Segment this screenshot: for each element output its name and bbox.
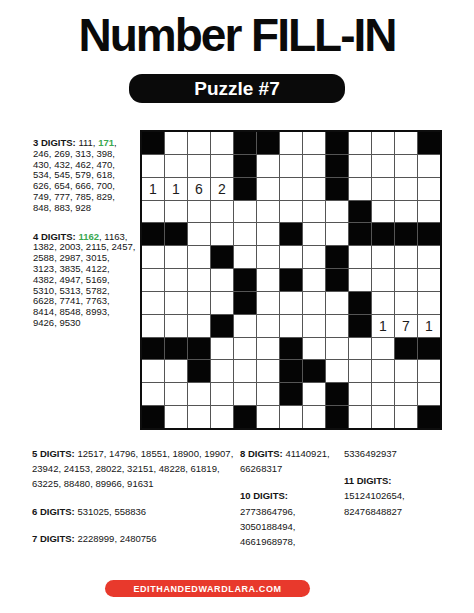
list-number: 63225 <box>32 478 58 489</box>
list-number: 89966 <box>95 478 121 489</box>
black-cell <box>211 315 233 337</box>
grid-cell[interactable] <box>303 338 325 360</box>
grid-cell[interactable] <box>280 292 302 314</box>
list-heading: 11 DIGITS: <box>344 475 392 486</box>
grid-cell[interactable] <box>165 315 187 337</box>
grid-cell[interactable] <box>303 223 325 245</box>
grid-cell[interactable] <box>326 292 348 314</box>
list-7-digits: 7 DIGITS: 2228999, 2480756 <box>32 531 240 546</box>
grid-cell[interactable] <box>257 292 279 314</box>
black-cell <box>234 178 256 200</box>
grid-cell[interactable] <box>188 246 210 268</box>
black-cell <box>234 132 256 154</box>
black-cell <box>395 338 417 360</box>
list-number: 91631 <box>127 478 153 489</box>
list-number: 4382 <box>33 274 54 285</box>
list-number: 14796 <box>109 448 135 459</box>
list-number: 4947 <box>59 274 80 285</box>
black-cell <box>188 338 210 360</box>
list-number: 269 <box>54 148 70 159</box>
grid-cell[interactable] <box>257 360 279 382</box>
grid-cell[interactable] <box>280 178 302 200</box>
black-cell <box>280 269 302 291</box>
grid-cell[interactable] <box>142 201 164 223</box>
grid-cell[interactable] <box>280 406 302 428</box>
black-cell <box>211 246 233 268</box>
grid-cell[interactable] <box>234 383 256 405</box>
list-heading: 6 DIGITS: <box>32 506 75 517</box>
list-number: 9530 <box>59 317 80 328</box>
grid-cell[interactable] <box>188 269 210 291</box>
grid-cell[interactable] <box>349 406 371 428</box>
grid-cell[interactable] <box>372 338 394 360</box>
grid-cell[interactable] <box>372 201 394 223</box>
list-number: 2003 <box>59 241 80 252</box>
black-cell <box>349 223 371 245</box>
grid-cell[interactable] <box>303 201 325 223</box>
grid-cell[interactable] <box>395 383 417 405</box>
list-6-digits: 6 DIGITS: 531025, 558836 <box>32 504 240 519</box>
list-number: 28022 <box>95 463 121 474</box>
list-number: 654 <box>54 180 70 191</box>
grid-cell[interactable] <box>303 155 325 177</box>
black-cell <box>418 338 440 360</box>
grid-cell[interactable] <box>280 246 302 268</box>
list-number: 558836 <box>114 506 146 517</box>
grid-cell[interactable] <box>326 360 348 382</box>
list-number: 9426 <box>33 317 54 328</box>
grid-cell[interactable] <box>418 246 440 268</box>
grid-cell[interactable] <box>418 201 440 223</box>
digit-lists-left: 3 DIGITS: 111, 171, 246, 269, 313, 398, … <box>33 138 136 340</box>
list-number: 534 <box>33 169 49 180</box>
grid-cell[interactable] <box>372 178 394 200</box>
black-cell <box>234 406 256 428</box>
grid-cell[interactable] <box>257 178 279 200</box>
grid-cell[interactable] <box>418 292 440 314</box>
black-cell <box>257 132 279 154</box>
grid-cell[interactable]: 1 <box>165 178 187 200</box>
grid-cell[interactable] <box>372 406 394 428</box>
list-number: 3123 <box>33 263 54 274</box>
grid-cell[interactable] <box>165 201 187 223</box>
list-number: 749 <box>33 191 49 202</box>
grid-cell[interactable] <box>257 315 279 337</box>
black-cell <box>234 155 256 177</box>
grid-cell[interactable] <box>395 269 417 291</box>
grid-cell[interactable] <box>142 315 164 337</box>
black-cell <box>326 178 348 200</box>
grid-cell[interactable] <box>188 201 210 223</box>
list-number: 88480 <box>64 478 90 489</box>
grid-cell[interactable] <box>142 360 164 382</box>
grid-cell[interactable] <box>395 178 417 200</box>
grid-cell[interactable] <box>257 223 279 245</box>
page-title: Number FILL-IN <box>0 8 474 62</box>
list-number: 5782 <box>86 285 107 296</box>
grid-cell[interactable] <box>211 155 233 177</box>
grid-cell[interactable] <box>165 383 187 405</box>
grid-cell[interactable] <box>257 269 279 291</box>
grid-cell[interactable] <box>211 132 233 154</box>
black-cell <box>326 155 348 177</box>
list-number: 66268317 <box>240 463 282 474</box>
black-cell <box>372 223 394 245</box>
black-cell <box>326 132 348 154</box>
grid-cell[interactable] <box>234 201 256 223</box>
black-cell <box>418 223 440 245</box>
grid-cell[interactable]: 1 <box>418 315 440 337</box>
grid-cell[interactable] <box>142 292 164 314</box>
list-heading: 5 DIGITS: <box>32 448 75 459</box>
grid-cell[interactable] <box>188 315 210 337</box>
list-heading: 10 DIGITS: <box>240 490 288 501</box>
grid-cell[interactable] <box>211 269 233 291</box>
list-number: 2987 <box>59 252 80 263</box>
grid-cell[interactable] <box>418 269 440 291</box>
list-number: 883 <box>54 202 70 213</box>
list-number: 579 <box>75 169 91 180</box>
list-number: 5169 <box>86 274 107 285</box>
list-10-digits-continued: 5336492937 <box>344 446 459 461</box>
grid-cell[interactable] <box>303 178 325 200</box>
black-cell <box>165 223 187 245</box>
grid-cell[interactable] <box>188 132 210 154</box>
grid-cell[interactable] <box>142 155 164 177</box>
grid-cell[interactable] <box>303 132 325 154</box>
grid-cell[interactable] <box>395 406 417 428</box>
grid-cell[interactable]: 1 <box>142 178 164 200</box>
grid-cell[interactable] <box>349 338 371 360</box>
grid-cell[interactable]: 7 <box>395 315 417 337</box>
grid-cell[interactable] <box>372 383 394 405</box>
grid-cell[interactable] <box>188 406 210 428</box>
grid-cell[interactable] <box>234 360 256 382</box>
grid-cell[interactable] <box>211 223 233 245</box>
list-number: 470 <box>96 159 112 170</box>
list-8-digits: 8 DIGITS: 41140921, 66268317 <box>240 446 340 476</box>
black-cell <box>142 406 164 428</box>
grid-cell[interactable] <box>165 132 187 154</box>
list-number: 848 <box>33 202 49 213</box>
fill-in-grid: 1162171 <box>140 130 442 430</box>
list-number: 1162 <box>78 231 99 242</box>
list-number: 5336492937 <box>344 446 459 461</box>
black-cell <box>349 201 371 223</box>
grid-cell[interactable] <box>349 155 371 177</box>
puzzle-number-badge: Puzzle #7 <box>129 74 345 103</box>
list-number: 82476848827 <box>344 504 459 519</box>
list-number: 18551 <box>141 448 167 459</box>
black-cell <box>188 360 210 382</box>
black-cell <box>349 315 371 337</box>
list-number: 6628 <box>33 295 54 306</box>
grid-cell[interactable] <box>165 155 187 177</box>
list-number: 5310 <box>33 285 54 296</box>
grid-cell[interactable] <box>395 201 417 223</box>
black-cell <box>280 360 302 382</box>
grid-cell[interactable] <box>234 338 256 360</box>
grid-cell[interactable]: 6 <box>188 178 210 200</box>
grid-cell[interactable] <box>165 360 187 382</box>
grid-cell[interactable] <box>257 155 279 177</box>
black-cell <box>395 223 417 245</box>
list-heading: 7 DIGITS: <box>32 533 75 544</box>
black-cell <box>234 269 256 291</box>
list-number: 1163 <box>104 231 124 242</box>
grid-cell[interactable] <box>303 292 325 314</box>
grid-cell[interactable] <box>280 315 302 337</box>
list-number: 462 <box>75 159 91 170</box>
black-cell <box>326 383 348 405</box>
list-4-digits: 4 DIGITS: 1162, 1163, 1382, 2003, 2115, … <box>33 232 136 329</box>
grid-cell[interactable] <box>165 406 187 428</box>
list-number: 700 <box>96 180 112 191</box>
grid-cell[interactable] <box>211 292 233 314</box>
list-number: 8993 <box>86 306 107 317</box>
grid-cell[interactable] <box>188 155 210 177</box>
list-number: 111 <box>78 137 92 148</box>
list-number: 3835 <box>59 263 80 274</box>
black-cell <box>142 223 164 245</box>
grid-cell[interactable] <box>303 383 325 405</box>
black-cell <box>326 406 348 428</box>
grid-cell[interactable] <box>211 406 233 428</box>
list-number: 2773864796, <box>240 504 340 519</box>
grid-cell[interactable]: 2 <box>211 178 233 200</box>
grid-cell[interactable] <box>303 246 325 268</box>
list-number: 545 <box>54 169 70 180</box>
list-number: 618 <box>96 169 112 180</box>
list-number: 24153 <box>64 463 90 474</box>
list-number: 430 <box>33 159 49 170</box>
grid-cell[interactable] <box>165 246 187 268</box>
grid-cell[interactable] <box>349 383 371 405</box>
footer-url: EDITHANDEDWARDLARA.COM <box>133 584 281 594</box>
black-cell <box>234 292 256 314</box>
grid-cell[interactable] <box>395 132 417 154</box>
grid-cell[interactable] <box>165 292 187 314</box>
grid-cell[interactable] <box>349 360 371 382</box>
grid-cell[interactable] <box>234 223 256 245</box>
list-number: 48228 <box>159 463 185 474</box>
list-number: 626 <box>33 180 49 191</box>
grid-cell[interactable] <box>349 269 371 291</box>
grid-cell[interactable] <box>257 246 279 268</box>
grid-cell[interactable] <box>303 406 325 428</box>
list-number: 246 <box>33 148 49 159</box>
grid-cell[interactable] <box>349 132 371 154</box>
list-heading: 4 DIGITS: <box>33 231 76 242</box>
list-number: 4661968978, <box>240 534 340 549</box>
grid-cell[interactable] <box>395 246 417 268</box>
black-cell <box>142 338 164 360</box>
list-number: 18900 <box>173 448 199 459</box>
list-number: 2228999 <box>77 533 114 544</box>
grid-cell[interactable] <box>372 292 394 314</box>
grid-cell[interactable] <box>142 246 164 268</box>
black-cell <box>349 292 371 314</box>
grid-cell[interactable] <box>142 269 164 291</box>
grid-cell[interactable] <box>418 178 440 200</box>
list-number: 32151 <box>127 463 153 474</box>
list-5-digits: 5 DIGITS: 12517, 14796, 18551, 18900, 19… <box>32 446 240 492</box>
grid-cell[interactable] <box>372 246 394 268</box>
grid-cell[interactable] <box>395 155 417 177</box>
list-number: 313 <box>75 148 91 159</box>
black-cell <box>303 360 325 382</box>
grid-cell[interactable] <box>188 292 210 314</box>
list-number: 15124102654, <box>344 488 459 503</box>
grid-cell[interactable] <box>211 383 233 405</box>
list-number: 4122 <box>86 263 107 274</box>
list-number: 531025 <box>77 506 109 517</box>
grid-cell[interactable] <box>234 246 256 268</box>
grid-cell[interactable] <box>326 223 348 245</box>
list-heading: 8 DIGITS: <box>240 448 283 459</box>
grid-cell[interactable] <box>211 338 233 360</box>
grid-cell[interactable] <box>257 338 279 360</box>
list-number: 666 <box>75 180 91 191</box>
grid-cell[interactable] <box>372 269 394 291</box>
list-number: 23942 <box>32 463 58 474</box>
black-cell <box>326 246 348 268</box>
grid-cell[interactable] <box>257 406 279 428</box>
grid-cell[interactable] <box>303 315 325 337</box>
grid-cell[interactable] <box>303 269 325 291</box>
digit-lists-bottom-middle: 8 DIGITS: 41140921, 66268317 10 DIGITS: … <box>240 446 340 561</box>
grid-cell[interactable] <box>418 360 440 382</box>
list-number: 171 <box>98 137 114 148</box>
grid-cell[interactable] <box>188 223 210 245</box>
grid-cell[interactable] <box>326 201 348 223</box>
list-number: 829 <box>96 191 112 202</box>
grid-cell[interactable] <box>349 246 371 268</box>
list-number: 7763 <box>86 295 107 306</box>
black-cell <box>280 338 302 360</box>
grid-cell[interactable] <box>395 360 417 382</box>
list-number: 1382 <box>33 241 54 252</box>
digit-lists-bottom-left: 5 DIGITS: 12517, 14796, 18551, 18900, 19… <box>32 446 240 558</box>
list-number: 928 <box>75 202 91 213</box>
grid-cell[interactable] <box>326 315 348 337</box>
list-number: 2115 <box>86 241 106 252</box>
black-cell <box>418 406 440 428</box>
list-number: 398 <box>96 148 112 159</box>
list-number: 2480756 <box>120 533 157 544</box>
list-number: 777 <box>54 191 70 202</box>
list-number: 2457 <box>112 241 133 252</box>
list-11-digits: 11 DIGITS:15124102654,82476848827 <box>344 473 459 519</box>
list-10-digits: 10 DIGITS: 2773864796,3050188494,4661968… <box>240 488 340 549</box>
grid-cell[interactable] <box>372 360 394 382</box>
list-number: 785 <box>75 191 91 202</box>
list-number: 41140921 <box>285 448 327 459</box>
black-cell <box>165 338 187 360</box>
list-number: 8414 <box>33 306 54 317</box>
grid-cell[interactable] <box>142 383 164 405</box>
grid-cell[interactable] <box>326 338 348 360</box>
list-number: 61819 <box>191 463 217 474</box>
list-3-digits: 3 DIGITS: 111, 171, 246, 269, 313, 398, … <box>33 138 136 214</box>
black-cell <box>418 132 440 154</box>
grid-cell[interactable] <box>418 155 440 177</box>
digit-lists-bottom-right: 5336492937 11 DIGITS:15124102654,8247684… <box>344 446 459 531</box>
list-number: 2588 <box>33 252 54 263</box>
grid-cell[interactable] <box>234 315 256 337</box>
grid-cell[interactable] <box>165 269 187 291</box>
list-number: 3050188494, <box>240 519 340 534</box>
grid-cell[interactable] <box>372 155 394 177</box>
list-number: 3015 <box>86 252 107 263</box>
list-number: 432 <box>54 159 70 170</box>
black-cell <box>326 269 348 291</box>
grid-cell[interactable] <box>280 201 302 223</box>
list-number: 8548 <box>59 306 80 317</box>
grid-cell[interactable] <box>280 132 302 154</box>
grid-cell[interactable] <box>372 132 394 154</box>
grid-cell[interactable] <box>395 292 417 314</box>
list-number: 19907 <box>204 448 230 459</box>
list-number: 7741 <box>59 295 80 306</box>
grid-cell[interactable] <box>280 155 302 177</box>
black-cell <box>142 132 164 154</box>
grid-cell[interactable] <box>188 383 210 405</box>
grid-cell[interactable] <box>211 360 233 382</box>
grid-cell[interactable]: 1 <box>372 315 394 337</box>
list-heading: 3 DIGITS: <box>33 137 76 148</box>
footer-badge: EDITHANDEDWARDLARA.COM <box>105 580 310 597</box>
list-number: 5313 <box>59 285 80 296</box>
black-cell <box>280 223 302 245</box>
grid-cell[interactable] <box>211 201 233 223</box>
puzzle-number-label: Puzzle #7 <box>194 78 280 100</box>
grid-cell[interactable] <box>257 383 279 405</box>
black-cell <box>280 383 302 405</box>
grid-cell[interactable] <box>257 201 279 223</box>
grid-cell[interactable] <box>349 178 371 200</box>
list-number: 12517 <box>77 448 103 459</box>
grid-cell[interactable] <box>418 383 440 405</box>
